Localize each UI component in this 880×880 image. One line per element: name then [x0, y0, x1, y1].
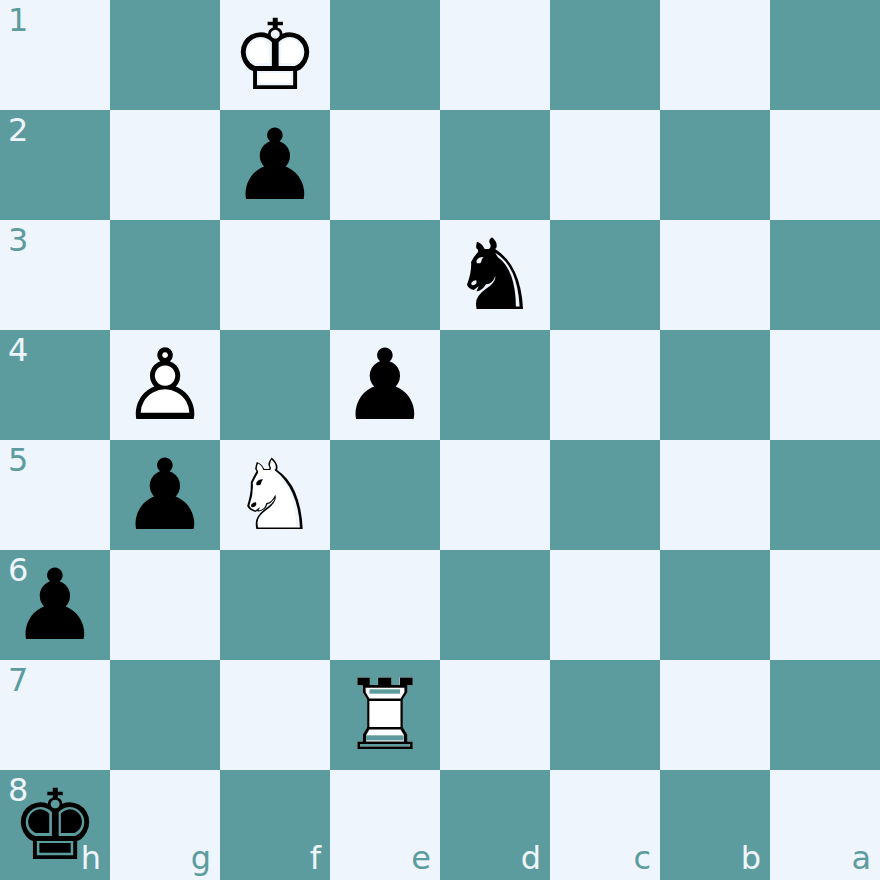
rank-label-7: 7: [8, 664, 28, 696]
square-c4[interactable]: [550, 330, 660, 440]
rank-label-1: 1: [8, 4, 28, 36]
square-a3[interactable]: [770, 220, 880, 330]
piece-fill-layer: ♟: [110, 330, 220, 440]
square-f6[interactable]: [220, 550, 330, 660]
file-label-h: h: [81, 842, 101, 874]
square-a1[interactable]: [770, 0, 880, 110]
file-label-b: b: [741, 842, 761, 874]
square-f7[interactable]: [220, 660, 330, 770]
square-b4[interactable]: [660, 330, 770, 440]
square-e7[interactable]: ♜♖: [330, 660, 440, 770]
square-e8[interactable]: e: [330, 770, 440, 880]
square-b1[interactable]: [660, 0, 770, 110]
square-g5[interactable]: ♟: [110, 440, 220, 550]
piece-glyph: ♟: [0, 550, 110, 660]
black-pawn-e4: ♟: [330, 330, 440, 440]
square-a5[interactable]: [770, 440, 880, 550]
square-c3[interactable]: [550, 220, 660, 330]
square-h5[interactable]: 5: [0, 440, 110, 550]
square-e5[interactable]: [330, 440, 440, 550]
square-b6[interactable]: [660, 550, 770, 660]
square-d6[interactable]: [440, 550, 550, 660]
square-e3[interactable]: [330, 220, 440, 330]
square-h4[interactable]: 4: [0, 330, 110, 440]
square-d1[interactable]: [440, 0, 550, 110]
square-c1[interactable]: [550, 0, 660, 110]
square-a2[interactable]: [770, 110, 880, 220]
square-g7[interactable]: [110, 660, 220, 770]
rank-label-6: 6: [8, 554, 28, 586]
square-c6[interactable]: [550, 550, 660, 660]
square-d3[interactable]: ♞: [440, 220, 550, 330]
file-label-c: c: [633, 842, 651, 874]
piece-fill-layer: ♚: [220, 0, 330, 110]
square-h8[interactable]: 8h♚: [0, 770, 110, 880]
square-d5[interactable]: [440, 440, 550, 550]
square-a7[interactable]: [770, 660, 880, 770]
square-c5[interactable]: [550, 440, 660, 550]
square-h7[interactable]: 7: [0, 660, 110, 770]
square-d7[interactable]: [440, 660, 550, 770]
rank-label-8: 8: [8, 774, 28, 806]
square-c7[interactable]: [550, 660, 660, 770]
black-pawn-h6: ♟: [0, 550, 110, 660]
square-d2[interactable]: [440, 110, 550, 220]
file-label-d: d: [521, 842, 541, 874]
square-g8[interactable]: g: [110, 770, 220, 880]
square-h6[interactable]: 6♟: [0, 550, 110, 660]
square-d4[interactable]: [440, 330, 550, 440]
square-c8[interactable]: c: [550, 770, 660, 880]
square-f5[interactable]: ♞♘: [220, 440, 330, 550]
square-f8[interactable]: f: [220, 770, 330, 880]
piece-glyph: ♟: [110, 440, 220, 550]
square-a8[interactable]: a: [770, 770, 880, 880]
piece-outline-layer: ♔: [220, 0, 330, 110]
rank-label-2: 2: [8, 114, 28, 146]
square-f4[interactable]: [220, 330, 330, 440]
piece-outline-layer: ♖: [330, 660, 440, 770]
rank-label-3: 3: [8, 224, 28, 256]
square-b8[interactable]: b: [660, 770, 770, 880]
file-label-g: g: [191, 842, 211, 874]
piece-glyph: ♟: [330, 330, 440, 440]
square-h3[interactable]: 3: [0, 220, 110, 330]
square-b2[interactable]: [660, 110, 770, 220]
square-h1[interactable]: 1: [0, 0, 110, 110]
file-label-a: a: [851, 842, 871, 874]
square-g3[interactable]: [110, 220, 220, 330]
square-f1[interactable]: ♚♔: [220, 0, 330, 110]
square-c2[interactable]: [550, 110, 660, 220]
black-king-h8: ♚: [0, 770, 110, 880]
square-a4[interactable]: [770, 330, 880, 440]
square-b7[interactable]: [660, 660, 770, 770]
square-b5[interactable]: [660, 440, 770, 550]
square-g2[interactable]: [110, 110, 220, 220]
square-h2[interactable]: 2: [0, 110, 110, 220]
piece-fill-layer: ♜: [330, 660, 440, 770]
white-king-f1: ♚♔: [220, 0, 330, 110]
chess-board: 1♚♔2♟3♞4♟♙♟5♟♞♘6♟7♜♖8h♚gfedcba: [0, 0, 880, 880]
black-pawn-f2: ♟: [220, 110, 330, 220]
square-b3[interactable]: [660, 220, 770, 330]
piece-glyph: ♟: [220, 110, 330, 220]
file-label-f: f: [310, 842, 321, 874]
piece-outline-layer: ♘: [220, 440, 330, 550]
piece-glyph: ♚: [0, 770, 110, 880]
square-g6[interactable]: [110, 550, 220, 660]
square-g1[interactable]: [110, 0, 220, 110]
piece-glyph: ♞: [440, 220, 550, 330]
square-a6[interactable]: [770, 550, 880, 660]
black-knight-d3: ♞: [440, 220, 550, 330]
rank-label-4: 4: [8, 334, 28, 366]
square-f3[interactable]: [220, 220, 330, 330]
square-e2[interactable]: [330, 110, 440, 220]
white-pawn-g4: ♟♙: [110, 330, 220, 440]
square-d8[interactable]: d: [440, 770, 550, 880]
piece-fill-layer: ♞: [220, 440, 330, 550]
square-f2[interactable]: ♟: [220, 110, 330, 220]
square-e6[interactable]: [330, 550, 440, 660]
file-label-e: e: [411, 842, 431, 874]
square-g4[interactable]: ♟♙: [110, 330, 220, 440]
black-pawn-g5: ♟: [110, 440, 220, 550]
rank-label-5: 5: [8, 444, 28, 476]
white-rook-e7: ♜♖: [330, 660, 440, 770]
white-knight-f5: ♞♘: [220, 440, 330, 550]
square-e1[interactable]: [330, 0, 440, 110]
piece-outline-layer: ♙: [110, 330, 220, 440]
square-e4[interactable]: ♟: [330, 330, 440, 440]
